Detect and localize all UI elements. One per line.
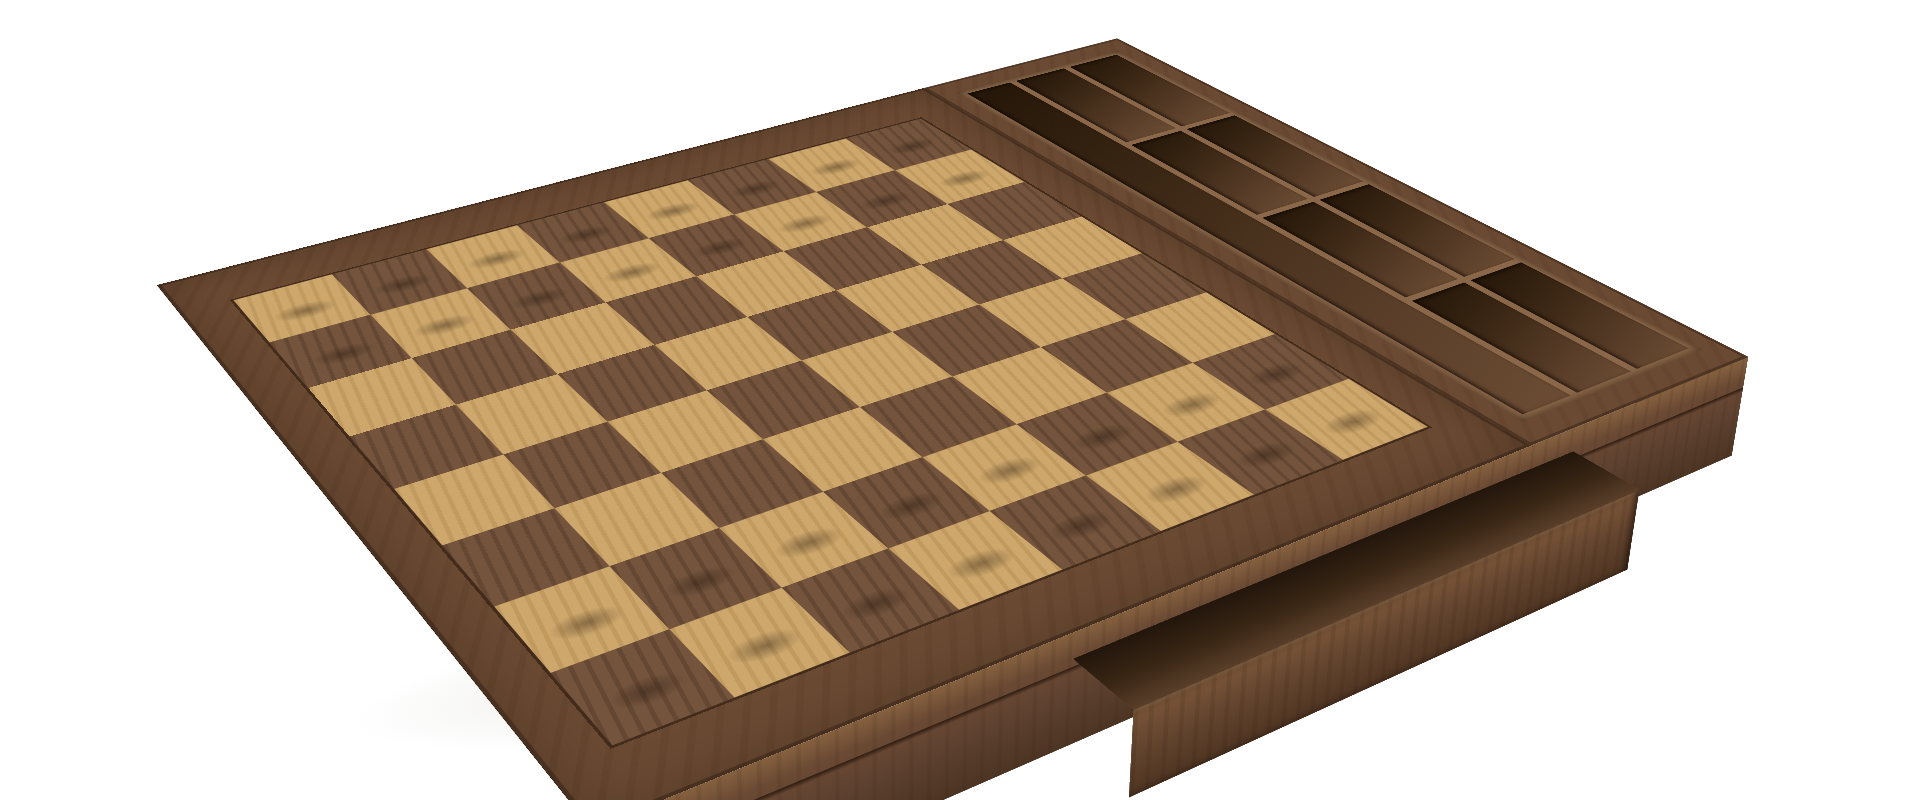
piece-white-rook[interactable]: ♜ [510, 394, 802, 719]
square-a1[interactable]: ♜ [551, 629, 735, 745]
piece-black-pawn[interactable]: ♟ [249, 151, 448, 373]
chess-set-photo: ♜♞♝♚♛♝♞♜♟♟♟♟♟♟♟♟♟♟♟♟♟♟♟♟♜♞♝♚♛♝♞♜ [0, 0, 1920, 800]
